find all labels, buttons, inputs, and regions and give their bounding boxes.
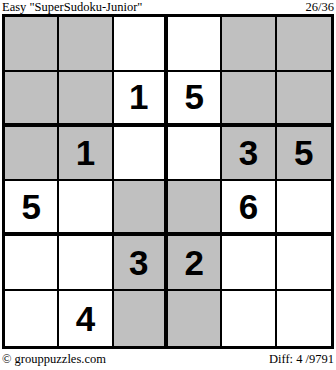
cell-r6c3[interactable] xyxy=(114,291,168,346)
cell-r1c5[interactable] xyxy=(222,17,276,72)
difficulty-text: Diff: 4 /9791 xyxy=(269,352,334,366)
copyright-text: © grouppuzzles.com xyxy=(2,352,106,366)
cell-r4c4[interactable] xyxy=(168,181,222,236)
cell-r3c5: 3 xyxy=(222,127,276,182)
cell-r5c4: 2 xyxy=(168,236,222,291)
puzzle-header: Easy "SuperSudoku-Junior" 26/36 xyxy=(2,0,334,14)
cell-r2c4: 5 xyxy=(168,72,222,127)
cell-r2c2[interactable] xyxy=(59,72,113,127)
cell-r2c6[interactable] xyxy=(277,72,331,127)
cell-r5c1[interactable] xyxy=(5,236,59,291)
cell-r6c6[interactable] xyxy=(277,291,331,346)
cell-r1c3[interactable] xyxy=(114,17,168,72)
cell-r3c6: 5 xyxy=(277,127,331,182)
cell-r3c1[interactable] xyxy=(5,127,59,182)
cell-r2c1[interactable] xyxy=(5,72,59,127)
cell-r6c5[interactable] xyxy=(222,291,276,346)
cell-r1c6[interactable] xyxy=(277,17,331,72)
cell-r3c4[interactable] xyxy=(168,127,222,182)
cell-r6c2: 4 xyxy=(59,291,113,346)
cell-r4c6[interactable] xyxy=(277,181,331,236)
cell-r5c6[interactable] xyxy=(277,236,331,291)
puzzle-footer: © grouppuzzles.com Diff: 4 /9791 xyxy=(2,352,334,368)
cell-r2c5[interactable] xyxy=(222,72,276,127)
cell-r5c2[interactable] xyxy=(59,236,113,291)
puzzle-title: Easy "SuperSudoku-Junior" xyxy=(2,1,142,14)
cell-r3c2: 1 xyxy=(59,127,113,182)
cell-r6c1[interactable] xyxy=(5,291,59,346)
cell-r4c2[interactable] xyxy=(59,181,113,236)
cell-r1c2[interactable] xyxy=(59,17,113,72)
cell-r4c3[interactable] xyxy=(114,181,168,236)
cell-r1c4[interactable] xyxy=(168,17,222,72)
cell-r6c4[interactable] xyxy=(168,291,222,346)
cell-r3c3[interactable] xyxy=(114,127,168,182)
cell-r4c1: 5 xyxy=(5,181,59,236)
cell-r5c5[interactable] xyxy=(222,236,276,291)
puzzle-page: Easy "SuperSudoku-Junior" 26/36 15135563… xyxy=(0,0,336,370)
puzzle-counter: 26/36 xyxy=(306,1,334,14)
cell-r1c1[interactable] xyxy=(5,17,59,72)
cell-r5c3: 3 xyxy=(114,236,168,291)
sudoku-board: 1513556324 xyxy=(2,14,334,349)
cell-r4c5: 6 xyxy=(222,181,276,236)
cell-r2c3: 1 xyxy=(114,72,168,127)
